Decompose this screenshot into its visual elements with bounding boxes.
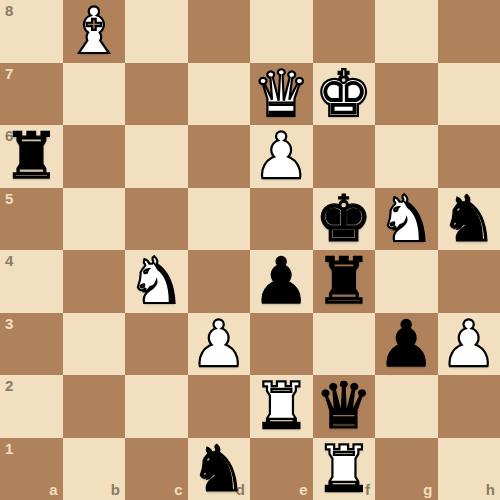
square-e8[interactable] — [250, 0, 313, 63]
white-rook-icon[interactable]: ♜ — [250, 375, 313, 438]
square-a3[interactable]: 3 — [0, 313, 63, 376]
file-label-e: e — [299, 482, 307, 497]
file-label-a: a — [49, 482, 57, 497]
black-knight-icon[interactable]: ♞ — [188, 438, 251, 500]
square-d4[interactable] — [188, 250, 251, 313]
square-c1[interactable]: c — [125, 438, 188, 500]
square-h1[interactable]: h — [438, 438, 500, 500]
square-a1[interactable]: 1a — [0, 438, 63, 500]
square-c8[interactable] — [125, 0, 188, 63]
square-a2[interactable]: 2 — [0, 375, 63, 438]
white-knight-icon[interactable]: ♞ — [125, 250, 188, 313]
rank-label-2: 2 — [5, 378, 13, 393]
square-d1[interactable]: d♞ — [188, 438, 251, 500]
square-f7[interactable]: ♚ — [313, 63, 376, 126]
rank-label-8: 8 — [5, 3, 13, 18]
square-g2[interactable] — [375, 375, 438, 438]
black-queen-icon[interactable]: ♛ — [313, 375, 376, 438]
square-g5[interactable]: ♞ — [375, 188, 438, 251]
square-a8[interactable]: 8 — [0, 0, 63, 63]
square-d8[interactable] — [188, 0, 251, 63]
square-f6[interactable] — [313, 125, 376, 188]
file-label-c: c — [174, 482, 182, 497]
square-f1[interactable]: f♜ — [313, 438, 376, 500]
rank-label-4: 4 — [5, 253, 13, 268]
square-c2[interactable] — [125, 375, 188, 438]
white-pawn-icon[interactable]: ♟ — [250, 125, 313, 188]
square-a7[interactable]: 7 — [0, 63, 63, 126]
rank-label-1: 1 — [5, 441, 13, 456]
square-b4[interactable] — [63, 250, 126, 313]
square-c6[interactable] — [125, 125, 188, 188]
square-b1[interactable]: b — [63, 438, 126, 500]
black-rook-icon[interactable]: ♜ — [0, 125, 63, 188]
square-c5[interactable] — [125, 188, 188, 251]
square-c4[interactable]: ♞ — [125, 250, 188, 313]
square-e2[interactable]: ♜ — [250, 375, 313, 438]
square-d2[interactable] — [188, 375, 251, 438]
white-pawn-icon[interactable]: ♟ — [188, 313, 251, 376]
square-e3[interactable] — [250, 313, 313, 376]
rank-label-7: 7 — [5, 66, 13, 81]
square-h7[interactable] — [438, 63, 500, 126]
square-f4[interactable]: ♜ — [313, 250, 376, 313]
square-e4[interactable]: ♟ — [250, 250, 313, 313]
square-h4[interactable] — [438, 250, 500, 313]
black-king-icon[interactable]: ♚ — [313, 188, 376, 251]
square-g3[interactable]: ♟ — [375, 313, 438, 376]
square-a4[interactable]: 4 — [0, 250, 63, 313]
square-h5[interactable]: ♞ — [438, 188, 500, 251]
white-rook-icon[interactable]: ♜ — [313, 438, 376, 500]
file-label-g: g — [423, 482, 432, 497]
white-king-icon[interactable]: ♚ — [313, 63, 376, 126]
square-h8[interactable] — [438, 0, 500, 63]
square-h3[interactable]: ♟ — [438, 313, 500, 376]
white-pawn-icon[interactable]: ♟ — [438, 313, 500, 376]
square-a5[interactable]: 5 — [0, 188, 63, 251]
square-e5[interactable] — [250, 188, 313, 251]
black-pawn-icon[interactable]: ♟ — [250, 250, 313, 313]
square-f8[interactable] — [313, 0, 376, 63]
black-pawn-icon[interactable]: ♟ — [375, 313, 438, 376]
square-g7[interactable] — [375, 63, 438, 126]
rank-label-3: 3 — [5, 316, 13, 331]
white-knight-icon[interactable]: ♞ — [375, 188, 438, 251]
square-g1[interactable]: g — [375, 438, 438, 500]
square-g4[interactable] — [375, 250, 438, 313]
square-d7[interactable] — [188, 63, 251, 126]
square-b2[interactable] — [63, 375, 126, 438]
black-knight-icon[interactable]: ♞ — [438, 188, 500, 251]
square-c3[interactable] — [125, 313, 188, 376]
black-rook-icon[interactable]: ♜ — [313, 250, 376, 313]
square-e6[interactable]: ♟ — [250, 125, 313, 188]
square-f5[interactable]: ♚ — [313, 188, 376, 251]
file-label-h: h — [486, 482, 495, 497]
square-b5[interactable] — [63, 188, 126, 251]
square-e1[interactable]: e — [250, 438, 313, 500]
square-d5[interactable] — [188, 188, 251, 251]
chess-board: 8♝7♛♚6♜♟5♚♞♞4♞♟♜3♟♟♟2♜♛1abcd♞ef♜gh — [0, 0, 500, 500]
square-b8[interactable]: ♝ — [63, 0, 126, 63]
file-label-b: b — [111, 482, 120, 497]
square-a6[interactable]: 6♜ — [0, 125, 63, 188]
square-g6[interactable] — [375, 125, 438, 188]
square-h2[interactable] — [438, 375, 500, 438]
square-b6[interactable] — [63, 125, 126, 188]
white-queen-icon[interactable]: ♛ — [250, 63, 313, 126]
square-c7[interactable] — [125, 63, 188, 126]
square-b7[interactable] — [63, 63, 126, 126]
square-f3[interactable] — [313, 313, 376, 376]
square-h6[interactable] — [438, 125, 500, 188]
square-g8[interactable] — [375, 0, 438, 63]
square-f2[interactable]: ♛ — [313, 375, 376, 438]
square-d3[interactable]: ♟ — [188, 313, 251, 376]
square-e7[interactable]: ♛ — [250, 63, 313, 126]
square-d6[interactable] — [188, 125, 251, 188]
white-bishop-icon[interactable]: ♝ — [63, 0, 126, 63]
square-b3[interactable] — [63, 313, 126, 376]
